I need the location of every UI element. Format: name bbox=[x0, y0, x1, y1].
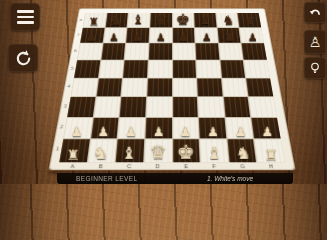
square-f4[interactable] bbox=[197, 78, 222, 96]
square-c6[interactable] bbox=[125, 43, 149, 59]
square-d5[interactable] bbox=[148, 60, 172, 77]
file-label-h: H bbox=[269, 163, 274, 169]
white-bishop-c1[interactable]: ♝ bbox=[121, 145, 137, 162]
square-f1[interactable]: ♝ bbox=[200, 140, 228, 163]
square-a5[interactable] bbox=[74, 60, 100, 77]
level-label: BEGINNER LEVEL bbox=[76, 175, 138, 182]
square-f7[interactable]: ♟ bbox=[195, 28, 218, 43]
black-pawn-h7[interactable]: ♟ bbox=[248, 32, 258, 43]
black-pawn-f7[interactable]: ♟ bbox=[202, 32, 212, 43]
square-h3[interactable] bbox=[249, 97, 277, 117]
square-f3[interactable] bbox=[198, 97, 224, 117]
file-label-b: B bbox=[99, 163, 104, 169]
black-knight-b8[interactable]: ♞ bbox=[110, 14, 122, 27]
black-pawn-g7[interactable]: ♟ bbox=[225, 32, 235, 43]
board-scene: ♜♞♝♛♚♝♞♜♟♟♟♟♟♟♟♟♟♟♟♟♟♟♟♟♜♞♝♛♚♝♞♜ ABCDEFG… bbox=[67, 0, 277, 178]
white-pawn-h2[interactable]: ♟ bbox=[262, 126, 274, 139]
hint-button[interactable] bbox=[304, 57, 326, 79]
chess-app-screen: { "game": "chess", "position": { "fen": … bbox=[0, 0, 327, 184]
white-queen-d1[interactable]: ♛ bbox=[149, 144, 167, 163]
square-e7[interactable]: ♟ bbox=[172, 28, 194, 43]
square-g6[interactable] bbox=[219, 43, 243, 59]
square-a3[interactable] bbox=[67, 97, 95, 117]
black-bishop-f8[interactable]: ♝ bbox=[199, 14, 212, 27]
square-c5[interactable] bbox=[123, 60, 147, 77]
black-pawn-a7[interactable]: ♟ bbox=[86, 32, 96, 43]
square-h4[interactable] bbox=[246, 78, 273, 96]
square-f6[interactable] bbox=[196, 43, 220, 59]
file-label-a: A bbox=[70, 163, 75, 169]
white-pawn-c2[interactable]: ♟ bbox=[125, 126, 137, 139]
undo-arrow-icon bbox=[308, 6, 322, 20]
square-b6[interactable] bbox=[101, 43, 125, 59]
square-h1[interactable]: ♜ bbox=[255, 140, 285, 163]
white-knight-b1[interactable]: ♞ bbox=[93, 146, 108, 162]
white-king-e1[interactable]: ♚ bbox=[177, 143, 196, 163]
restart-arrow-icon bbox=[14, 49, 33, 68]
black-knight-g8[interactable]: ♞ bbox=[222, 14, 234, 27]
white-pawn-d2[interactable]: ♟ bbox=[152, 126, 164, 139]
black-rook-a8[interactable]: ♜ bbox=[88, 16, 99, 27]
rank-label-5: 5 bbox=[71, 67, 74, 71]
rank-label-7: 7 bbox=[77, 34, 80, 37]
file-label-g: G bbox=[240, 163, 245, 169]
file-label-f: F bbox=[212, 163, 216, 169]
square-b3[interactable] bbox=[94, 97, 121, 117]
white-pawn-f2[interactable]: ♟ bbox=[207, 126, 219, 139]
rank-label-1: 1 bbox=[56, 147, 60, 152]
chess-board: ♜♞♝♛♚♝♞♜♟♟♟♟♟♟♟♟♟♟♟♟♟♟♟♟♜♞♝♛♚♝♞♜ bbox=[59, 13, 285, 162]
square-e8[interactable]: ♚ bbox=[172, 13, 193, 27]
square-c8[interactable]: ♝ bbox=[128, 13, 150, 27]
file-labels: ABCDEFGH bbox=[58, 163, 286, 170]
square-g4[interactable] bbox=[222, 78, 248, 96]
square-h8[interactable]: ♜ bbox=[238, 13, 261, 27]
square-g8[interactable]: ♞ bbox=[216, 13, 239, 27]
square-d8[interactable]: ♛ bbox=[150, 13, 171, 27]
square-c7[interactable]: ♟ bbox=[126, 28, 149, 43]
play-as-button[interactable]: ♙ bbox=[304, 30, 326, 54]
rank-label-2: 2 bbox=[60, 125, 64, 129]
square-g5[interactable] bbox=[220, 60, 245, 77]
square-g1[interactable]: ♞ bbox=[227, 140, 256, 163]
square-b1[interactable]: ♞ bbox=[88, 140, 117, 163]
file-label-d: D bbox=[156, 163, 160, 169]
square-e6[interactable] bbox=[172, 43, 195, 59]
square-h6[interactable] bbox=[242, 43, 267, 59]
square-h2[interactable]: ♟ bbox=[252, 118, 281, 139]
square-h7[interactable]: ♟ bbox=[240, 28, 264, 43]
square-d1[interactable]: ♛ bbox=[144, 140, 171, 163]
undo-button[interactable] bbox=[304, 2, 326, 23]
square-d2[interactable]: ♟ bbox=[145, 118, 171, 139]
white-pawn-icon: ♙ bbox=[309, 35, 322, 49]
rank-label-3: 3 bbox=[64, 104, 67, 108]
white-knight-g1[interactable]: ♞ bbox=[235, 146, 250, 162]
square-e1[interactable]: ♚ bbox=[173, 140, 200, 163]
square-a6[interactable] bbox=[77, 43, 102, 59]
lightbulb-icon bbox=[308, 61, 322, 75]
rank-label-8: 8 bbox=[80, 19, 83, 22]
status-bar: BEGINNER LEVEL 1. White's move bbox=[57, 173, 293, 184]
square-e2[interactable]: ♟ bbox=[173, 118, 199, 139]
square-a7[interactable]: ♟ bbox=[80, 28, 104, 43]
move-indicator: 1. White's move bbox=[207, 175, 253, 182]
file-label-e: E bbox=[184, 163, 188, 169]
black-pawn-c7[interactable]: ♟ bbox=[132, 32, 142, 43]
menu-button[interactable] bbox=[10, 3, 40, 31]
square-c3[interactable] bbox=[120, 97, 146, 117]
white-pawn-b2[interactable]: ♟ bbox=[98, 126, 110, 139]
square-c2[interactable]: ♟ bbox=[118, 118, 145, 139]
square-e5[interactable] bbox=[172, 60, 196, 77]
square-c4[interactable] bbox=[122, 78, 147, 96]
white-bishop-f1[interactable]: ♝ bbox=[207, 145, 223, 162]
board-frame: ♜♞♝♛♚♝♞♜♟♟♟♟♟♟♟♟♟♟♟♟♟♟♟♟♜♞♝♛♚♝♞♜ ABCDEFG… bbox=[50, 9, 294, 169]
square-e4[interactable] bbox=[173, 78, 197, 96]
square-d3[interactable] bbox=[146, 97, 171, 117]
new-game-button[interactable] bbox=[8, 44, 38, 72]
black-pawn-d7[interactable]: ♟ bbox=[155, 32, 165, 43]
square-f2[interactable]: ♟ bbox=[199, 118, 226, 139]
white-rook-h1[interactable]: ♜ bbox=[264, 148, 277, 162]
square-a1[interactable]: ♜ bbox=[59, 140, 89, 163]
black-bishop-c8[interactable]: ♝ bbox=[132, 14, 145, 27]
white-pawn-a2[interactable]: ♟ bbox=[70, 126, 82, 139]
square-g3[interactable] bbox=[223, 97, 250, 117]
black-king-e8[interactable]: ♚ bbox=[176, 12, 191, 28]
white-pawn-g2[interactable]: ♟ bbox=[234, 126, 246, 139]
square-d7[interactable]: ♟ bbox=[149, 28, 171, 43]
black-queen-d8[interactable]: ♛ bbox=[154, 12, 168, 27]
square-b2[interactable]: ♟ bbox=[91, 118, 119, 139]
file-label-c: C bbox=[127, 163, 132, 169]
square-a8[interactable]: ♜ bbox=[83, 13, 106, 27]
square-h5[interactable] bbox=[244, 60, 270, 77]
square-f8[interactable]: ♝ bbox=[194, 13, 216, 27]
rank-label-6: 6 bbox=[74, 50, 77, 53]
square-c1[interactable]: ♝ bbox=[116, 140, 144, 163]
white-rook-a1[interactable]: ♜ bbox=[66, 148, 79, 162]
square-a2[interactable]: ♟ bbox=[63, 118, 92, 139]
white-pawn-e2[interactable]: ♟ bbox=[180, 126, 192, 139]
square-d4[interactable] bbox=[147, 78, 171, 96]
square-f5[interactable] bbox=[196, 60, 220, 77]
hamburger-icon bbox=[17, 9, 34, 26]
square-d6[interactable] bbox=[149, 43, 172, 59]
black-pawn-e7[interactable]: ♟ bbox=[178, 32, 188, 43]
square-b8[interactable]: ♞ bbox=[105, 13, 128, 27]
square-b4[interactable] bbox=[96, 78, 122, 96]
black-pawn-b7[interactable]: ♟ bbox=[109, 32, 119, 43]
square-g7[interactable]: ♟ bbox=[217, 28, 240, 43]
black-rook-h8[interactable]: ♜ bbox=[245, 16, 256, 27]
square-g2[interactable]: ♟ bbox=[225, 118, 253, 139]
square-a4[interactable] bbox=[71, 78, 98, 96]
square-e3[interactable] bbox=[173, 97, 198, 117]
rank-label-4: 4 bbox=[67, 85, 70, 89]
square-b7[interactable]: ♟ bbox=[103, 28, 126, 43]
square-b5[interactable] bbox=[99, 60, 124, 77]
